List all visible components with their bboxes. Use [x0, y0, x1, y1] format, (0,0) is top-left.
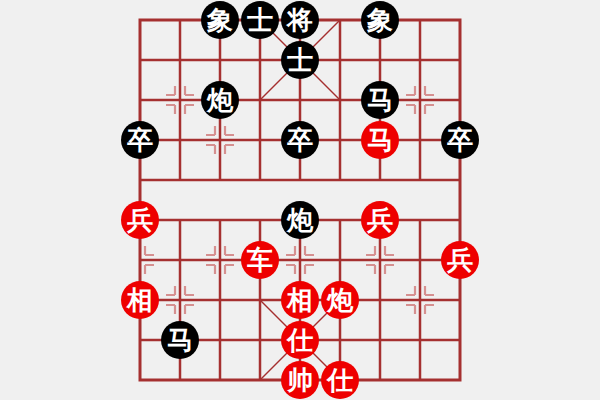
- piece-red-chariot[interactable]: 车: [241, 241, 279, 279]
- piece-black-advisor[interactable]: 士: [241, 1, 279, 39]
- piece-red-horse[interactable]: 马: [361, 121, 399, 159]
- piece-red-advisor[interactable]: 仕: [281, 321, 319, 359]
- xiangqi-board[interactable]: 象士将象士炮马卒卒马卒兵炮兵车兵相相炮仕马帅仕: [0, 0, 600, 400]
- piece-red-advisor[interactable]: 仕: [321, 361, 359, 399]
- piece-black-soldier[interactable]: 卒: [281, 121, 319, 159]
- piece-red-cannon[interactable]: 炮: [321, 281, 359, 319]
- piece-red-elephant[interactable]: 相: [281, 281, 319, 319]
- piece-red-soldier[interactable]: 兵: [121, 201, 159, 239]
- piece-black-horse[interactable]: 马: [161, 321, 199, 359]
- piece-black-cannon[interactable]: 炮: [201, 81, 239, 119]
- piece-black-soldier[interactable]: 卒: [441, 121, 479, 159]
- piece-red-soldier[interactable]: 兵: [361, 201, 399, 239]
- piece-black-advisor[interactable]: 士: [281, 41, 319, 79]
- piece-black-elephant[interactable]: 象: [361, 1, 399, 39]
- piece-red-general[interactable]: 帅: [281, 361, 319, 399]
- piece-black-soldier[interactable]: 卒: [121, 121, 159, 159]
- piece-black-horse[interactable]: 马: [361, 81, 399, 119]
- piece-black-elephant[interactable]: 象: [201, 1, 239, 39]
- piece-black-general[interactable]: 将: [281, 1, 319, 39]
- piece-black-cannon[interactable]: 炮: [281, 201, 319, 239]
- piece-red-soldier[interactable]: 兵: [441, 241, 479, 279]
- xiangqi-screen: 象士将象士炮马卒卒马卒兵炮兵车兵相相炮仕马帅仕: [0, 0, 600, 400]
- piece-red-elephant[interactable]: 相: [121, 281, 159, 319]
